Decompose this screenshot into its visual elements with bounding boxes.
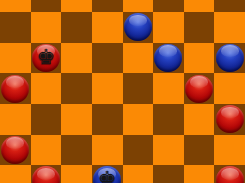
board-square[interactable] [214, 165, 245, 183]
game-viewport: ♚♚ [0, 0, 245, 183]
board-square[interactable] [214, 73, 245, 104]
board-square[interactable] [123, 73, 154, 104]
board-square[interactable] [214, 135, 245, 166]
board-square[interactable] [0, 135, 31, 166]
board-square[interactable] [153, 165, 184, 183]
board-square[interactable] [184, 165, 215, 183]
board-square[interactable] [0, 165, 31, 183]
red-piece[interactable] [1, 75, 29, 103]
board-square[interactable] [184, 0, 215, 12]
board-square[interactable] [0, 104, 31, 135]
board-square[interactable] [0, 73, 31, 104]
king-crown-icon: ♚ [32, 47, 60, 68]
board-square[interactable] [184, 73, 215, 104]
board-square[interactable] [153, 43, 184, 74]
board-square[interactable] [123, 12, 154, 43]
red-piece[interactable] [216, 166, 244, 183]
board-square[interactable] [153, 0, 184, 12]
board-square[interactable] [61, 0, 92, 12]
board-square[interactable] [92, 104, 123, 135]
king-crown-icon: ♚ [93, 169, 121, 183]
board-square[interactable] [61, 104, 92, 135]
board-square[interactable] [61, 12, 92, 43]
board-square[interactable] [31, 135, 62, 166]
board-square[interactable] [31, 165, 62, 183]
red-piece[interactable] [185, 75, 213, 103]
board-square[interactable]: ♚ [31, 43, 62, 74]
board-square[interactable] [214, 104, 245, 135]
red-piece[interactable] [32, 166, 60, 183]
board-square[interactable] [184, 43, 215, 74]
board-square[interactable] [0, 0, 31, 12]
checkers-board: ♚♚ [0, 0, 245, 183]
board-square[interactable] [123, 0, 154, 12]
board-square[interactable] [214, 0, 245, 12]
board-square[interactable] [92, 135, 123, 166]
board-square[interactable] [214, 43, 245, 74]
board-square[interactable] [153, 73, 184, 104]
board-square[interactable] [123, 165, 154, 183]
blue-piece[interactable] [124, 13, 152, 41]
board-square[interactable] [61, 43, 92, 74]
board-square[interactable] [61, 165, 92, 183]
board-square[interactable] [153, 135, 184, 166]
red-piece[interactable] [216, 105, 244, 133]
red-piece[interactable] [1, 136, 29, 164]
board-square[interactable] [92, 0, 123, 12]
board-square[interactable] [214, 12, 245, 43]
blue-piece[interactable] [216, 44, 244, 72]
board-square[interactable] [184, 12, 215, 43]
board-square[interactable] [0, 43, 31, 74]
board-square[interactable] [31, 73, 62, 104]
board-square[interactable] [153, 12, 184, 43]
board-square[interactable] [123, 135, 154, 166]
blue-piece[interactable] [154, 44, 182, 72]
board-square[interactable] [0, 12, 31, 43]
board-square[interactable] [92, 43, 123, 74]
board-square[interactable] [123, 104, 154, 135]
board-square[interactable]: ♚ [92, 165, 123, 183]
board-square[interactable] [31, 0, 62, 12]
blue-king-piece[interactable]: ♚ [93, 166, 121, 183]
board-square[interactable] [31, 104, 62, 135]
board-square[interactable] [123, 43, 154, 74]
board-square[interactable] [184, 135, 215, 166]
board-square[interactable] [92, 73, 123, 104]
board-square[interactable] [31, 12, 62, 43]
board-square[interactable] [184, 104, 215, 135]
board-square[interactable] [92, 12, 123, 43]
board-square[interactable] [61, 135, 92, 166]
red-king-piece[interactable]: ♚ [32, 44, 60, 72]
board-square[interactable] [61, 73, 92, 104]
board-square[interactable] [153, 104, 184, 135]
